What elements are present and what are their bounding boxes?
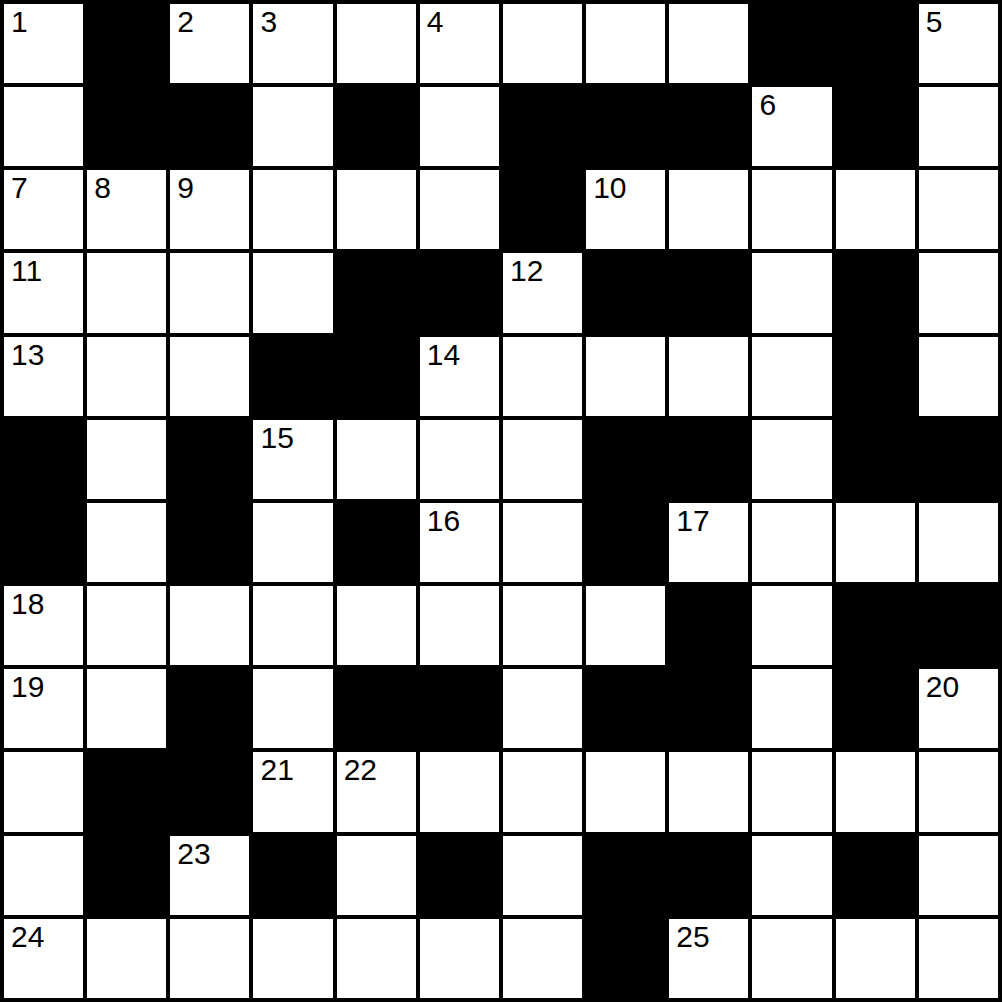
white-cell-r6c11[interactable] xyxy=(919,503,998,582)
white-cell-r0c3[interactable]: 3 xyxy=(253,4,332,83)
black-cell-r8c2 xyxy=(166,665,253,752)
black-cell-r5c7 xyxy=(582,416,669,503)
black-cell-r7c11 xyxy=(915,582,1002,669)
black-cell-r0c9 xyxy=(748,0,835,87)
black-cell-r5c0 xyxy=(0,416,87,503)
white-cell-r1c5[interactable] xyxy=(420,87,499,166)
white-cell-r0c6[interactable] xyxy=(503,4,582,83)
clue-number-21: 21 xyxy=(260,754,293,786)
black-cell-r3c4 xyxy=(333,249,420,336)
white-cell-r11c3[interactable] xyxy=(253,919,332,998)
white-cell-r5c1[interactable] xyxy=(87,420,166,499)
clue-number-24: 24 xyxy=(11,921,44,953)
white-cell-r3c6[interactable]: 12 xyxy=(503,253,582,332)
black-cell-r10c7 xyxy=(582,832,669,919)
clue-number-23: 23 xyxy=(177,838,210,870)
white-cell-r0c11[interactable]: 5 xyxy=(919,4,998,83)
white-cell-r1c3[interactable] xyxy=(253,87,332,166)
clue-number-9: 9 xyxy=(177,172,194,204)
white-cell-r9c4[interactable]: 22 xyxy=(337,752,416,831)
white-cell-r9c5[interactable] xyxy=(420,752,499,831)
white-cell-r5c4[interactable] xyxy=(337,420,416,499)
black-cell-r8c4 xyxy=(333,665,420,752)
white-cell-r10c6[interactable] xyxy=(503,836,582,915)
black-cell-r8c5 xyxy=(416,665,503,752)
white-cell-r4c8[interactable] xyxy=(669,337,748,416)
white-cell-r7c6[interactable] xyxy=(503,586,582,665)
white-cell-r7c5[interactable] xyxy=(420,586,499,665)
white-cell-r8c0[interactable]: 19 xyxy=(4,669,83,748)
white-cell-r2c10[interactable] xyxy=(836,170,915,249)
white-cell-r7c1[interactable] xyxy=(87,586,166,665)
white-cell-r11c11[interactable] xyxy=(919,919,998,998)
white-cell-r10c2[interactable]: 23 xyxy=(170,836,249,915)
clue-number-2: 2 xyxy=(177,6,194,38)
clue-number-8: 8 xyxy=(94,172,111,204)
white-cell-r6c8[interactable]: 17 xyxy=(669,503,748,582)
white-cell-r0c4[interactable] xyxy=(337,4,416,83)
clue-number-22: 22 xyxy=(344,754,377,786)
white-cell-r2c9[interactable] xyxy=(752,170,831,249)
white-cell-r11c10[interactable] xyxy=(836,919,915,998)
white-cell-r9c8[interactable] xyxy=(669,752,748,831)
white-cell-r2c7[interactable]: 10 xyxy=(586,170,665,249)
white-cell-r0c5[interactable]: 4 xyxy=(420,4,499,83)
black-cell-r1c2 xyxy=(166,83,253,170)
white-cell-r9c6[interactable] xyxy=(503,752,582,831)
white-cell-r2c0[interactable]: 7 xyxy=(4,170,83,249)
black-cell-r11c7 xyxy=(582,915,669,1002)
white-cell-r1c9[interactable]: 6 xyxy=(752,87,831,166)
black-cell-r10c5 xyxy=(416,832,503,919)
white-cell-r3c0[interactable]: 11 xyxy=(4,253,83,332)
white-cell-r2c1[interactable]: 8 xyxy=(87,170,166,249)
white-cell-r9c11[interactable] xyxy=(919,752,998,831)
white-cell-r10c0[interactable] xyxy=(4,836,83,915)
white-cell-r5c9[interactable] xyxy=(752,420,831,499)
clue-number-11: 11 xyxy=(11,255,42,287)
black-cell-r2c6 xyxy=(499,166,586,253)
black-cell-r7c10 xyxy=(832,582,919,669)
white-cell-r3c2[interactable] xyxy=(170,253,249,332)
clue-number-18: 18 xyxy=(11,588,44,620)
white-cell-r7c3[interactable] xyxy=(253,586,332,665)
black-cell-r1c8 xyxy=(665,83,752,170)
white-cell-r9c3[interactable]: 21 xyxy=(253,752,332,831)
white-cell-r6c6[interactable] xyxy=(503,503,582,582)
white-cell-r11c9[interactable] xyxy=(752,919,831,998)
white-cell-r1c0[interactable] xyxy=(4,87,83,166)
white-cell-r5c5[interactable] xyxy=(420,420,499,499)
black-cell-r8c10 xyxy=(832,665,919,752)
white-cell-r4c6[interactable] xyxy=(503,337,582,416)
black-cell-r8c7 xyxy=(582,665,669,752)
black-cell-r1c7 xyxy=(582,83,669,170)
black-cell-r10c1 xyxy=(83,832,170,919)
black-cell-r4c3 xyxy=(249,333,336,420)
black-cell-r4c10 xyxy=(832,333,919,420)
white-cell-r4c2[interactable] xyxy=(170,337,249,416)
white-cell-r11c8[interactable]: 25 xyxy=(669,919,748,998)
white-cell-r9c0[interactable] xyxy=(4,752,83,831)
black-cell-r5c2 xyxy=(166,416,253,503)
white-cell-r4c11[interactable] xyxy=(919,337,998,416)
white-cell-r7c4[interactable] xyxy=(337,586,416,665)
white-cell-r6c3[interactable] xyxy=(253,503,332,582)
clue-number-17: 17 xyxy=(676,505,709,537)
black-cell-r9c2 xyxy=(166,748,253,835)
white-cell-r3c9[interactable] xyxy=(752,253,831,332)
white-cell-r3c11[interactable] xyxy=(919,253,998,332)
white-cell-r10c4[interactable] xyxy=(337,836,416,915)
white-cell-r8c1[interactable] xyxy=(87,669,166,748)
clue-number-13: 13 xyxy=(11,339,44,371)
clue-number-10: 10 xyxy=(593,172,626,204)
clue-number-3: 3 xyxy=(260,6,277,38)
black-cell-r8c8 xyxy=(665,665,752,752)
white-cell-r8c3[interactable] xyxy=(253,669,332,748)
white-cell-r2c4[interactable] xyxy=(337,170,416,249)
clue-number-5: 5 xyxy=(926,6,943,38)
clue-number-14: 14 xyxy=(427,339,460,371)
white-cell-r2c5[interactable] xyxy=(420,170,499,249)
white-cell-r8c6[interactable] xyxy=(503,669,582,748)
black-cell-r7c8 xyxy=(665,582,752,669)
black-cell-r10c10 xyxy=(832,832,919,919)
black-cell-r3c8 xyxy=(665,249,752,336)
white-cell-r7c9[interactable] xyxy=(752,586,831,665)
white-cell-r0c2[interactable]: 2 xyxy=(170,4,249,83)
black-cell-r6c2 xyxy=(166,499,253,586)
white-cell-r11c1[interactable] xyxy=(87,919,166,998)
black-cell-r5c10 xyxy=(832,416,919,503)
white-cell-r2c11[interactable] xyxy=(919,170,998,249)
white-cell-r4c5[interactable]: 14 xyxy=(420,337,499,416)
white-cell-r5c6[interactable] xyxy=(503,420,582,499)
white-cell-r2c3[interactable] xyxy=(253,170,332,249)
white-cell-r6c9[interactable] xyxy=(752,503,831,582)
crossword-grid: 1234567891011121314151617181920212223242… xyxy=(0,0,1002,1002)
white-cell-r10c9[interactable] xyxy=(752,836,831,915)
black-cell-r4c4 xyxy=(333,333,420,420)
black-cell-r6c7 xyxy=(582,499,669,586)
black-cell-r0c1 xyxy=(83,0,170,87)
black-cell-r10c3 xyxy=(249,832,336,919)
white-cell-r4c9[interactable] xyxy=(752,337,831,416)
black-cell-r10c8 xyxy=(665,832,752,919)
white-cell-r0c8[interactable] xyxy=(669,4,748,83)
white-cell-r10c11[interactable] xyxy=(919,836,998,915)
clue-number-20: 20 xyxy=(926,671,959,703)
white-cell-r6c1[interactable] xyxy=(87,503,166,582)
white-cell-r0c7[interactable] xyxy=(586,4,665,83)
white-cell-r3c1[interactable] xyxy=(87,253,166,332)
white-cell-r9c7[interactable] xyxy=(586,752,665,831)
black-cell-r3c5 xyxy=(416,249,503,336)
clue-number-6: 6 xyxy=(759,89,776,121)
white-cell-r11c5[interactable] xyxy=(420,919,499,998)
black-cell-r6c0 xyxy=(0,499,87,586)
white-cell-r2c8[interactable] xyxy=(669,170,748,249)
white-cell-r0c0[interactable]: 1 xyxy=(4,4,83,83)
clue-number-1: 1 xyxy=(11,6,28,38)
black-cell-r1c1 xyxy=(83,83,170,170)
white-cell-r7c2[interactable] xyxy=(170,586,249,665)
white-cell-r7c0[interactable]: 18 xyxy=(4,586,83,665)
black-cell-r0c10 xyxy=(832,0,919,87)
white-cell-r6c10[interactable] xyxy=(836,503,915,582)
white-cell-r11c0[interactable]: 24 xyxy=(4,919,83,998)
clue-number-12: 12 xyxy=(510,255,543,287)
clue-number-19: 19 xyxy=(11,671,44,703)
black-cell-r1c4 xyxy=(333,83,420,170)
black-cell-r5c8 xyxy=(665,416,752,503)
white-cell-r11c6[interactable] xyxy=(503,919,582,998)
white-cell-r3c3[interactable] xyxy=(253,253,332,332)
white-cell-r9c9[interactable] xyxy=(752,752,831,831)
black-cell-r9c1 xyxy=(83,748,170,835)
white-cell-r1c11[interactable] xyxy=(919,87,998,166)
black-cell-r1c6 xyxy=(499,83,586,170)
white-cell-r7c7[interactable] xyxy=(586,586,665,665)
clue-number-16: 16 xyxy=(427,505,460,537)
white-cell-r11c2[interactable] xyxy=(170,919,249,998)
white-cell-r2c2[interactable]: 9 xyxy=(170,170,249,249)
white-cell-r9c10[interactable] xyxy=(836,752,915,831)
black-cell-r3c10 xyxy=(832,249,919,336)
clue-number-25: 25 xyxy=(676,921,709,953)
white-cell-r5c3[interactable]: 15 xyxy=(253,420,332,499)
white-cell-r4c7[interactable] xyxy=(586,337,665,416)
black-cell-r1c10 xyxy=(832,83,919,170)
black-cell-r3c7 xyxy=(582,249,669,336)
clue-number-7: 7 xyxy=(11,172,28,204)
clue-number-15: 15 xyxy=(260,422,293,454)
white-cell-r4c0[interactable]: 13 xyxy=(4,337,83,416)
black-cell-r6c4 xyxy=(333,499,420,586)
white-cell-r6c5[interactable]: 16 xyxy=(420,503,499,582)
white-cell-r8c11[interactable]: 20 xyxy=(919,669,998,748)
clue-number-4: 4 xyxy=(427,6,444,38)
white-cell-r4c1[interactable] xyxy=(87,337,166,416)
black-cell-r5c11 xyxy=(915,416,1002,503)
white-cell-r11c4[interactable] xyxy=(337,919,416,998)
white-cell-r8c9[interactable] xyxy=(752,669,831,748)
